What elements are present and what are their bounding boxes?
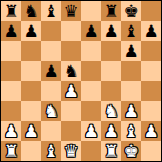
square-d2[interactable] bbox=[61, 121, 81, 141]
square-b2[interactable]: ♟ bbox=[21, 121, 41, 141]
square-g4[interactable] bbox=[121, 81, 141, 101]
white-pawn-icon: ♟ bbox=[3, 121, 18, 141]
black-knight-icon: ♞ bbox=[63, 61, 78, 81]
square-g7[interactable]: ♝ bbox=[121, 21, 141, 41]
white-rook-icon: ♜ bbox=[103, 141, 118, 161]
black-bishop-icon: ♝ bbox=[123, 21, 138, 41]
white-bishop-icon: ♝ bbox=[43, 141, 58, 161]
white-knight-icon: ♞ bbox=[103, 101, 118, 121]
square-f3[interactable]: ♞ bbox=[101, 101, 121, 121]
square-b8[interactable]: ♞ bbox=[21, 1, 41, 21]
white-pawn-icon: ♟ bbox=[143, 121, 158, 141]
square-a3[interactable] bbox=[1, 101, 21, 121]
square-c3[interactable]: ♞ bbox=[41, 101, 61, 121]
square-h5[interactable] bbox=[141, 61, 161, 81]
square-d3[interactable] bbox=[61, 101, 81, 121]
square-b6[interactable] bbox=[21, 41, 41, 61]
square-c7[interactable] bbox=[41, 21, 61, 41]
square-c1[interactable]: ♝ bbox=[41, 141, 61, 161]
black-pawn-icon: ♟ bbox=[103, 21, 118, 41]
white-rook-icon: ♜ bbox=[3, 141, 18, 161]
square-g8[interactable]: ♚ bbox=[121, 1, 141, 21]
square-c2[interactable] bbox=[41, 121, 61, 141]
square-b4[interactable] bbox=[21, 81, 41, 101]
square-h8[interactable] bbox=[141, 1, 161, 21]
black-knight-icon: ♞ bbox=[23, 1, 38, 21]
chess-diagram: ♜♞♝♛♜♚♟♟♟♟♝♟♟♟♞♟♞♞♟♟♟♟♟♝♟♜♝♛♜♚ bbox=[0, 0, 162, 162]
square-a7[interactable]: ♟ bbox=[1, 21, 21, 41]
square-h1[interactable] bbox=[141, 141, 161, 161]
square-e7[interactable]: ♟ bbox=[81, 21, 101, 41]
square-b1[interactable] bbox=[21, 141, 41, 161]
square-g5[interactable] bbox=[121, 61, 141, 81]
square-e5[interactable] bbox=[81, 61, 101, 81]
square-g2[interactable]: ♝ bbox=[121, 121, 141, 141]
white-pawn-icon: ♟ bbox=[123, 101, 138, 121]
square-h2[interactable]: ♟ bbox=[141, 121, 161, 141]
square-d5[interactable]: ♞ bbox=[61, 61, 81, 81]
square-g3[interactable]: ♟ bbox=[121, 101, 141, 121]
square-g6[interactable]: ♟ bbox=[121, 41, 141, 61]
square-h4[interactable] bbox=[141, 81, 161, 101]
white-queen-icon: ♛ bbox=[63, 141, 78, 161]
square-b3[interactable] bbox=[21, 101, 41, 121]
square-f1[interactable]: ♜ bbox=[101, 141, 121, 161]
black-bishop-icon: ♝ bbox=[43, 1, 58, 21]
black-pawn-icon: ♟ bbox=[83, 21, 98, 41]
square-h3[interactable] bbox=[141, 101, 161, 121]
square-d6[interactable] bbox=[61, 41, 81, 61]
white-pawn-icon: ♟ bbox=[83, 121, 98, 141]
square-e1[interactable] bbox=[81, 141, 101, 161]
black-pawn-icon: ♟ bbox=[143, 21, 158, 41]
square-e4[interactable] bbox=[81, 81, 101, 101]
black-pawn-icon: ♟ bbox=[43, 61, 58, 81]
square-e8[interactable] bbox=[81, 1, 101, 21]
square-a1[interactable]: ♜ bbox=[1, 141, 21, 161]
square-a2[interactable]: ♟ bbox=[1, 121, 21, 141]
square-c8[interactable]: ♝ bbox=[41, 1, 61, 21]
square-a6[interactable] bbox=[1, 41, 21, 61]
square-f6[interactable] bbox=[101, 41, 121, 61]
black-queen-icon: ♛ bbox=[63, 1, 78, 21]
black-pawn-icon: ♟ bbox=[3, 21, 18, 41]
square-c5[interactable]: ♟ bbox=[41, 61, 61, 81]
square-g1[interactable]: ♚ bbox=[121, 141, 141, 161]
white-king-icon: ♚ bbox=[123, 141, 138, 161]
square-a8[interactable]: ♜ bbox=[1, 1, 21, 21]
square-f4[interactable] bbox=[101, 81, 121, 101]
square-h6[interactable] bbox=[141, 41, 161, 61]
square-b7[interactable]: ♟ bbox=[21, 21, 41, 41]
square-f8[interactable]: ♜ bbox=[101, 1, 121, 21]
square-f5[interactable] bbox=[101, 61, 121, 81]
white-pawn-icon: ♟ bbox=[63, 81, 78, 101]
black-rook-icon: ♜ bbox=[3, 1, 18, 21]
square-d4[interactable]: ♟ bbox=[61, 81, 81, 101]
black-king-icon: ♚ bbox=[123, 1, 138, 21]
square-b5[interactable] bbox=[21, 61, 41, 81]
square-f2[interactable]: ♟ bbox=[101, 121, 121, 141]
square-d1[interactable]: ♛ bbox=[61, 141, 81, 161]
black-pawn-icon: ♟ bbox=[123, 41, 138, 61]
white-pawn-icon: ♟ bbox=[103, 121, 118, 141]
chess-board: ♜♞♝♛♜♚♟♟♟♟♝♟♟♟♞♟♞♞♟♟♟♟♟♝♟♜♝♛♜♚ bbox=[0, 0, 162, 162]
square-h7[interactable]: ♟ bbox=[141, 21, 161, 41]
white-bishop-icon: ♝ bbox=[123, 121, 138, 141]
square-c4[interactable] bbox=[41, 81, 61, 101]
black-rook-icon: ♜ bbox=[103, 1, 118, 21]
square-e2[interactable]: ♟ bbox=[81, 121, 101, 141]
square-f7[interactable]: ♟ bbox=[101, 21, 121, 41]
white-pawn-icon: ♟ bbox=[23, 121, 38, 141]
square-d7[interactable] bbox=[61, 21, 81, 41]
black-pawn-icon: ♟ bbox=[23, 21, 38, 41]
white-knight-icon: ♞ bbox=[43, 101, 58, 121]
square-d8[interactable]: ♛ bbox=[61, 1, 81, 21]
square-a4[interactable] bbox=[1, 81, 21, 101]
square-a5[interactable] bbox=[1, 61, 21, 81]
square-c6[interactable] bbox=[41, 41, 61, 61]
square-e6[interactable] bbox=[81, 41, 101, 61]
square-e3[interactable] bbox=[81, 101, 101, 121]
